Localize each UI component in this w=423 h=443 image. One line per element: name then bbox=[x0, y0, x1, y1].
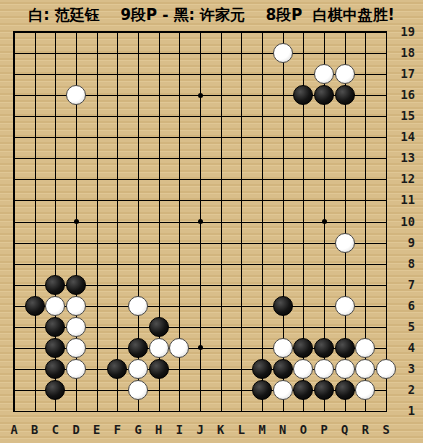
column-label-R: R bbox=[355, 422, 376, 438]
row-label-8: 8 bbox=[408, 257, 419, 271]
stone-white-Q3 bbox=[335, 359, 355, 379]
column-label-M: M bbox=[252, 422, 273, 438]
row-label-7: 7 bbox=[408, 278, 419, 292]
stone-white-R2 bbox=[355, 380, 375, 400]
stone-black-C5 bbox=[45, 317, 65, 337]
column-label-I: I bbox=[169, 422, 190, 438]
row-labels: 19181716151413121110987654321 bbox=[393, 22, 419, 422]
stone-white-N18 bbox=[273, 43, 293, 63]
stone-black-P2 bbox=[314, 380, 334, 400]
stone-black-C3 bbox=[45, 359, 65, 379]
stone-white-N2 bbox=[273, 380, 293, 400]
column-label-A: A bbox=[4, 422, 25, 438]
stone-black-C4 bbox=[45, 338, 65, 358]
row-label-15: 15 bbox=[401, 109, 419, 123]
column-label-K: K bbox=[210, 422, 231, 438]
column-label-B: B bbox=[24, 422, 45, 438]
stone-black-Q2 bbox=[335, 380, 355, 400]
column-label-E: E bbox=[86, 422, 107, 438]
stone-white-N4 bbox=[273, 338, 293, 358]
stone-white-C6 bbox=[45, 296, 65, 316]
stone-black-G4 bbox=[128, 338, 148, 358]
column-label-G: G bbox=[128, 422, 149, 438]
stone-black-M3 bbox=[252, 359, 272, 379]
column-label-Q: Q bbox=[334, 422, 355, 438]
column-label-D: D bbox=[66, 422, 87, 438]
column-label-F: F bbox=[107, 422, 128, 438]
stone-black-H3 bbox=[149, 359, 169, 379]
column-label-H: H bbox=[148, 422, 169, 438]
row-label-3: 3 bbox=[408, 362, 419, 376]
stone-white-D4 bbox=[66, 338, 86, 358]
row-label-11: 11 bbox=[401, 193, 419, 207]
row-label-4: 4 bbox=[408, 341, 419, 355]
stone-black-D7 bbox=[66, 275, 86, 295]
row-label-6: 6 bbox=[408, 299, 419, 313]
stone-white-R4 bbox=[355, 338, 375, 358]
stone-black-N3 bbox=[273, 359, 293, 379]
stone-white-G6 bbox=[128, 296, 148, 316]
stone-white-I4 bbox=[169, 338, 189, 358]
stone-white-G3 bbox=[128, 359, 148, 379]
column-label-N: N bbox=[272, 422, 293, 438]
stone-black-O4 bbox=[293, 338, 313, 358]
stone-white-H4 bbox=[149, 338, 169, 358]
column-label-S: S bbox=[376, 422, 397, 438]
stone-white-D6 bbox=[66, 296, 86, 316]
stone-black-Q4 bbox=[335, 338, 355, 358]
row-label-10: 10 bbox=[401, 215, 419, 229]
column-label-C: C bbox=[45, 422, 66, 438]
stone-black-O16 bbox=[293, 85, 313, 105]
stone-white-R3 bbox=[355, 359, 375, 379]
row-label-9: 9 bbox=[408, 236, 419, 250]
row-label-18: 18 bbox=[401, 46, 419, 60]
stone-white-G2 bbox=[128, 380, 148, 400]
column-label-P: P bbox=[314, 422, 335, 438]
column-labels: ABCDEFGHIJKLMNOPQRS bbox=[4, 422, 397, 438]
stone-black-P16 bbox=[314, 85, 334, 105]
stone-white-O3 bbox=[293, 359, 313, 379]
row-label-1: 1 bbox=[408, 404, 419, 418]
row-label-17: 17 bbox=[401, 67, 419, 81]
column-label-O: O bbox=[293, 422, 314, 438]
stone-white-Q17 bbox=[335, 64, 355, 84]
stone-black-H5 bbox=[149, 317, 169, 337]
stone-black-C7 bbox=[45, 275, 65, 295]
column-label-J: J bbox=[190, 422, 211, 438]
row-label-5: 5 bbox=[408, 320, 419, 334]
stone-black-F3 bbox=[107, 359, 127, 379]
stone-black-M2 bbox=[252, 380, 272, 400]
row-label-19: 19 bbox=[401, 25, 419, 39]
stone-white-Q9 bbox=[335, 233, 355, 253]
row-label-13: 13 bbox=[401, 151, 419, 165]
row-label-12: 12 bbox=[401, 172, 419, 186]
stone-black-B6 bbox=[25, 296, 45, 316]
row-label-14: 14 bbox=[401, 130, 419, 144]
stone-black-O2 bbox=[293, 380, 313, 400]
stone-black-Q16 bbox=[335, 85, 355, 105]
stone-white-D3 bbox=[66, 359, 86, 379]
stone-black-N6 bbox=[273, 296, 293, 316]
column-label-L: L bbox=[231, 422, 252, 438]
stone-white-Q6 bbox=[335, 296, 355, 316]
stone-white-P3 bbox=[314, 359, 334, 379]
go-board-screen: 白: 范廷钰 9段P - 黑: 许家元 8段P 白棋中盘胜! ABCDEFGHI… bbox=[0, 0, 423, 443]
stone-white-D5 bbox=[66, 317, 86, 337]
stone-white-P17 bbox=[314, 64, 334, 84]
stones-layer bbox=[4, 22, 397, 422]
stone-white-D16 bbox=[66, 85, 86, 105]
stone-black-C2 bbox=[45, 380, 65, 400]
stone-black-P4 bbox=[314, 338, 334, 358]
row-label-2: 2 bbox=[408, 383, 419, 397]
row-label-16: 16 bbox=[401, 88, 419, 102]
